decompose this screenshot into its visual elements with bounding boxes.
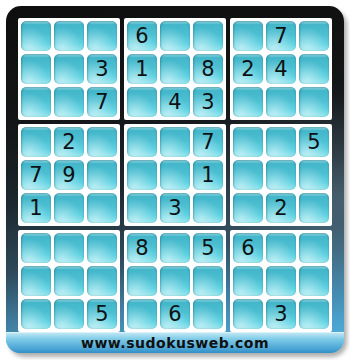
cell-r4c2[interactable]: 2 (54, 127, 84, 157)
cell-r4c8[interactable] (266, 127, 296, 157)
cell-r4c7[interactable] (233, 127, 263, 157)
cell-r3c6[interactable]: 3 (193, 87, 223, 117)
cell-r2c5[interactable] (160, 54, 190, 84)
cell-r4c3[interactable] (87, 127, 117, 157)
cell-r8c1[interactable] (21, 266, 51, 296)
cell-r4c6[interactable]: 7 (193, 127, 223, 157)
cell-r3c3[interactable]: 7 (87, 87, 117, 117)
block-2-3: 52 (230, 124, 332, 226)
cell-r5c5[interactable] (160, 160, 190, 190)
cell-r1c7[interactable] (233, 21, 263, 51)
cell-r7c4[interactable]: 8 (127, 233, 157, 263)
cell-r7c5[interactable] (160, 233, 190, 263)
cell-r2c4[interactable]: 1 (127, 54, 157, 84)
cell-r2c7[interactable]: 2 (233, 54, 263, 84)
cell-r5c8[interactable] (266, 160, 296, 190)
cell-r3c7[interactable] (233, 87, 263, 117)
cell-r5c1[interactable]: 7 (21, 160, 51, 190)
block-3-2: 856 (124, 230, 226, 332)
cell-r1c9[interactable] (299, 21, 329, 51)
cell-r6c5[interactable]: 3 (160, 193, 190, 223)
cell-r2c2[interactable] (54, 54, 84, 84)
cell-r9c3[interactable]: 5 (87, 299, 117, 329)
cell-r1c8[interactable]: 7 (266, 21, 296, 51)
cell-r9c9[interactable] (299, 299, 329, 329)
cell-r7c8[interactable] (266, 233, 296, 263)
cell-r8c8[interactable] (266, 266, 296, 296)
cell-r3c9[interactable] (299, 87, 329, 117)
cell-r4c9[interactable]: 5 (299, 127, 329, 157)
cell-r8c7[interactable] (233, 266, 263, 296)
cell-r3c4[interactable] (127, 87, 157, 117)
cell-r5c6[interactable]: 1 (193, 160, 223, 190)
cell-r6c7[interactable] (233, 193, 263, 223)
cell-r9c2[interactable] (54, 299, 84, 329)
cell-r1c3[interactable] (87, 21, 117, 51)
cell-r5c9[interactable] (299, 160, 329, 190)
cell-r9c8[interactable]: 3 (266, 299, 296, 329)
cell-r4c4[interactable] (127, 127, 157, 157)
block-3-3: 63 (230, 230, 332, 332)
cell-r7c6[interactable]: 5 (193, 233, 223, 263)
cell-r9c4[interactable] (127, 299, 157, 329)
block-1-3: 724 (230, 18, 332, 120)
cell-r8c4[interactable] (127, 266, 157, 296)
cell-r3c2[interactable] (54, 87, 84, 117)
cell-r7c3[interactable] (87, 233, 117, 263)
cell-r7c7[interactable]: 6 (233, 233, 263, 263)
cell-r4c1[interactable] (21, 127, 51, 157)
cell-r2c3[interactable]: 3 (87, 54, 117, 84)
cell-r6c1[interactable]: 1 (21, 193, 51, 223)
cell-r2c9[interactable] (299, 54, 329, 84)
cell-r1c1[interactable] (21, 21, 51, 51)
cell-r7c2[interactable] (54, 233, 84, 263)
cell-r8c2[interactable] (54, 266, 84, 296)
cell-r9c6[interactable] (193, 299, 223, 329)
cell-r9c5[interactable]: 6 (160, 299, 190, 329)
cell-r5c3[interactable] (87, 160, 117, 190)
cell-r9c1[interactable] (21, 299, 51, 329)
cell-r1c2[interactable] (54, 21, 84, 51)
cell-r6c6[interactable] (193, 193, 223, 223)
cell-r4c5[interactable] (160, 127, 190, 157)
sudoku-frame: 3761843724279171352585663 www.sudokusweb… (6, 6, 344, 353)
sudoku-page: 3761843724279171352585663 www.sudokusweb… (0, 0, 350, 360)
cell-r6c3[interactable] (87, 193, 117, 223)
website-link[interactable]: www.sudokusweb.com (81, 335, 269, 351)
cell-r7c9[interactable] (299, 233, 329, 263)
cell-r5c4[interactable] (127, 160, 157, 190)
cell-r3c1[interactable] (21, 87, 51, 117)
cell-r6c9[interactable] (299, 193, 329, 223)
block-1-2: 61843 (124, 18, 226, 120)
cell-r3c8[interactable] (266, 87, 296, 117)
cell-r1c6[interactable] (193, 21, 223, 51)
cell-r3c5[interactable]: 4 (160, 87, 190, 117)
block-1-1: 37 (18, 18, 120, 120)
cell-r8c6[interactable] (193, 266, 223, 296)
cell-r5c2[interactable]: 9 (54, 160, 84, 190)
cell-r2c1[interactable] (21, 54, 51, 84)
block-2-2: 713 (124, 124, 226, 226)
cell-r5c7[interactable] (233, 160, 263, 190)
cell-r2c6[interactable]: 8 (193, 54, 223, 84)
cell-r6c2[interactable] (54, 193, 84, 223)
cell-r2c8[interactable]: 4 (266, 54, 296, 84)
cell-r1c5[interactable] (160, 21, 190, 51)
cell-r6c8[interactable]: 2 (266, 193, 296, 223)
cell-r6c4[interactable] (127, 193, 157, 223)
footer-band: www.sudokusweb.com (6, 332, 344, 353)
cell-r8c9[interactable] (299, 266, 329, 296)
cell-r1c4[interactable]: 6 (127, 21, 157, 51)
block-3-1: 5 (18, 230, 120, 332)
block-2-1: 2791 (18, 124, 120, 226)
cell-r8c3[interactable] (87, 266, 117, 296)
cell-r9c7[interactable] (233, 299, 263, 329)
sudoku-board: 3761843724279171352585663 (18, 18, 332, 332)
cell-r8c5[interactable] (160, 266, 190, 296)
cell-r7c1[interactable] (21, 233, 51, 263)
